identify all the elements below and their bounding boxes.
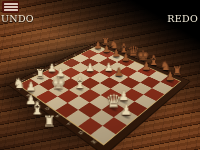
menu-bar bbox=[4, 3, 18, 5]
file-label: F bbox=[66, 122, 72, 126]
white-knight-piece[interactable]: ♞ bbox=[13, 77, 25, 91]
redo-button[interactable]: REDO bbox=[167, 13, 198, 24]
file-label: D bbox=[44, 107, 51, 111]
file-label: G bbox=[77, 130, 84, 135]
black-pawn-piece[interactable]: ♟ bbox=[114, 67, 124, 78]
black-pawn-piece[interactable]: ♟ bbox=[165, 71, 175, 82]
black-pawn-piece[interactable]: ♟ bbox=[121, 53, 130, 63]
white-bishop-piece[interactable]: ♝ bbox=[73, 76, 86, 91]
file-label: H bbox=[90, 139, 97, 145]
menu-bar bbox=[4, 6, 18, 8]
game-scene: ABCDEFGH12345678 ♜♞♝♛♚♝♞♜♟♟♟♟♟♟♟♟♟♟♟♟♝♛♟… bbox=[0, 0, 200, 150]
white-pawn-piece[interactable]: ♟ bbox=[104, 62, 114, 73]
menu-bar bbox=[4, 9, 18, 11]
white-queen-piece[interactable]: ♛ bbox=[105, 93, 121, 111]
white-pawn-piece[interactable]: ♟ bbox=[85, 63, 95, 74]
white-rook-piece[interactable]: ♜ bbox=[42, 114, 55, 129]
black-pawn-piece[interactable]: ♟ bbox=[102, 45, 111, 55]
black-pawn-piece[interactable]: ♟ bbox=[142, 62, 152, 73]
hamburger-menu-icon[interactable] bbox=[2, 1, 19, 13]
undo-button[interactable]: UNDO bbox=[1, 13, 34, 24]
white-king-piece[interactable]: ♚ bbox=[51, 75, 66, 92]
black-pawn-piece[interactable]: ♟ bbox=[111, 49, 120, 59]
white-pawn-piece[interactable]: ♟ bbox=[120, 104, 132, 118]
